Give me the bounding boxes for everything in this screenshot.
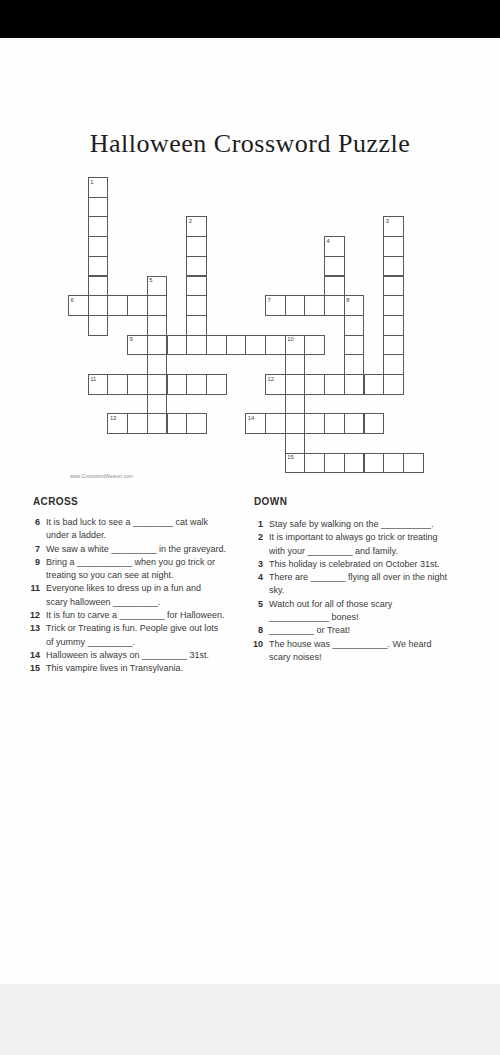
grid-cell-r12c5[interactable]	[167, 413, 188, 434]
grid-cell-r6c3[interactable]	[127, 295, 148, 316]
grid-cell-r10c11[interactable]	[285, 374, 306, 395]
clue-number: 9	[26, 556, 40, 569]
clue-15: 15This vampire lives in Transylvania.	[26, 662, 246, 675]
grid-cell-r3c6[interactable]	[186, 236, 207, 257]
grid-cell-r2c6[interactable]: 2	[186, 216, 207, 237]
grid-cell-r5c6[interactable]	[186, 276, 207, 297]
clue-text: There are _______ flying all over in the…	[269, 571, 447, 598]
grid-cell-r0c1[interactable]: 1	[88, 177, 109, 198]
grid-cell-r4c16[interactable]	[383, 256, 404, 277]
grid-cell-r4c13[interactable]	[324, 256, 345, 277]
grid-cell-r8c10[interactable]	[265, 335, 286, 356]
grid-cell-r8c11[interactable]: 10	[285, 335, 306, 356]
cell-number-13: 13	[110, 415, 116, 421]
cell-number-11: 11	[90, 376, 96, 382]
cell-number-14: 14	[248, 415, 254, 421]
clue-number: 8	[249, 624, 263, 637]
grid-cell-r6c11[interactable]	[285, 295, 306, 316]
clue-number: 12	[26, 609, 40, 622]
clue-text: It is fun to carve a _________ for Hallo…	[46, 609, 225, 622]
clue-number: 3	[249, 558, 263, 571]
clue-7: 7We saw a white _________ in the graveya…	[26, 543, 246, 556]
clue-6: 6It is bad luck to see a ________ cat wa…	[26, 516, 246, 543]
grid-cell-r10c5[interactable]	[167, 374, 188, 395]
clue-number: 10	[249, 638, 263, 651]
grid-cell-r14c17[interactable]	[403, 453, 424, 474]
grid-cell-r8c5[interactable]	[167, 335, 188, 356]
top-bar	[0, 0, 500, 38]
grid-cell-r10c3[interactable]	[127, 374, 148, 395]
cell-number-2: 2	[189, 218, 192, 224]
cell-number-7: 7	[268, 297, 271, 303]
grid-cell-r13c11[interactable]	[285, 433, 306, 454]
clue-text: Everyone likes to dress up in a fun ands…	[46, 582, 201, 609]
clue-10: 10The house was ___________. We heardsca…	[249, 638, 469, 665]
clue-text: Halloween is always on _________ 31st.	[46, 649, 209, 662]
clue-number: 13	[26, 622, 40, 635]
across-header: ACROSS	[33, 496, 78, 507]
clue-text: Trick or Treating is fun. People give ou…	[46, 622, 218, 649]
grid-cell-r6c1[interactable]	[88, 295, 109, 316]
grid-cell-r2c1[interactable]	[88, 216, 109, 237]
grid-cell-r8c8[interactable]	[226, 335, 247, 356]
cell-number-3: 3	[386, 218, 389, 224]
grid-cell-r9c14[interactable]	[344, 354, 365, 375]
grid-cell-r14c13[interactable]	[324, 453, 345, 474]
grid-cell-r5c13[interactable]	[324, 276, 345, 297]
grid-cell-r11c4[interactable]	[147, 394, 168, 415]
grid-cell-r8c12[interactable]	[304, 335, 325, 356]
grid-cell-r8c14[interactable]	[344, 335, 365, 356]
grid-cell-r14c11[interactable]: 15	[285, 453, 306, 474]
grid-cell-r3c1[interactable]	[88, 236, 109, 257]
clue-text: Bring a ___________ when you go trick or…	[46, 556, 215, 583]
grid-cell-r14c16[interactable]	[383, 453, 404, 474]
grid-cell-r8c9[interactable]	[245, 335, 266, 356]
grid-cell-r10c4[interactable]	[147, 374, 168, 395]
grid-cell-r6c4[interactable]	[147, 295, 168, 316]
grid-cell-r12c12[interactable]	[304, 413, 325, 434]
clue-2: 2It is important to always go trick or t…	[249, 531, 469, 558]
cell-number-8: 8	[346, 297, 349, 303]
page-title: Halloween Crossword Puzzle	[0, 128, 500, 160]
cell-number-4: 4	[327, 238, 330, 244]
grid-cell-r12c2[interactable]: 13	[107, 413, 128, 434]
clue-8: 8_________ or Treat!	[249, 624, 469, 637]
clue-number: 14	[26, 649, 40, 662]
grid-cell-r12c9[interactable]: 14	[245, 413, 266, 434]
clue-number: 11	[26, 582, 40, 595]
down-header: DOWN	[254, 496, 287, 507]
down-clue-list: 1Stay safe by walking on the __________.…	[249, 518, 469, 664]
grid-cell-r14c14[interactable]	[344, 453, 365, 474]
clue-number: 15	[26, 662, 40, 675]
grid-cell-r10c2[interactable]	[107, 374, 128, 395]
grid-cell-r6c6[interactable]	[186, 295, 207, 316]
grid-cell-r12c6[interactable]	[186, 413, 207, 434]
grid-cell-r7c6[interactable]	[186, 315, 207, 336]
grid-cell-r12c15[interactable]	[364, 413, 385, 434]
clue-12: 12It is fun to carve a _________ for Hal…	[26, 609, 246, 622]
grid-cell-r5c1[interactable]	[88, 276, 109, 297]
grid-cell-r7c1[interactable]	[88, 315, 109, 336]
grid-cell-r10c13[interactable]	[324, 374, 345, 395]
grid-cell-r10c16[interactable]	[383, 374, 404, 395]
grid-cell-r5c16[interactable]	[383, 276, 404, 297]
grid-cell-r1c1[interactable]	[88, 197, 109, 218]
cell-number-6: 6	[71, 297, 74, 303]
clue-text: This vampire lives in Transylvania.	[46, 662, 183, 675]
cell-number-15: 15	[287, 454, 293, 460]
clue-text: It is bad luck to see a ________ cat wal…	[46, 516, 208, 543]
clue-text: This holiday is celebrated on October 31…	[269, 558, 440, 571]
grid-cell-r12c11[interactable]	[285, 413, 306, 434]
grid-cell-r7c14[interactable]	[344, 315, 365, 336]
grid-cell-r12c4[interactable]	[147, 413, 168, 434]
grid-cell-r8c4[interactable]	[147, 335, 168, 356]
grid-cell-r8c3[interactable]: 9	[127, 335, 148, 356]
grid-cell-r10c14[interactable]	[344, 374, 365, 395]
grid-cell-r10c10[interactable]: 12	[265, 374, 286, 395]
clue-text: Watch out for all of those scary________…	[269, 598, 392, 625]
cell-number-9: 9	[130, 336, 133, 342]
grid-cell-r11c11[interactable]	[285, 394, 306, 415]
grid-cell-r6c14[interactable]: 8	[344, 295, 365, 316]
grid-cell-r2c16[interactable]: 3	[383, 216, 404, 237]
grid-cell-r8c6[interactable]	[186, 335, 207, 356]
clue-text: Stay safe by walking on the __________.	[269, 518, 434, 531]
grid-cell-r10c12[interactable]	[304, 374, 325, 395]
clue-text: It is important to always go trick or tr…	[269, 531, 438, 558]
clue-number: 5	[249, 598, 263, 611]
clue-number: 6	[26, 516, 40, 529]
clue-9: 9Bring a ___________ when you go trick o…	[26, 556, 246, 583]
clue-1: 1Stay safe by walking on the __________.	[249, 518, 469, 531]
cell-number-12: 12	[268, 376, 274, 382]
clue-text: _________ or Treat!	[269, 624, 350, 637]
grid-cell-r3c16[interactable]	[383, 236, 404, 257]
clue-13: 13Trick or Treating is fun. People give …	[26, 622, 246, 649]
grid-cell-r9c4[interactable]	[147, 354, 168, 375]
grid-cell-r12c13[interactable]	[324, 413, 345, 434]
grid-cell-r10c15[interactable]	[364, 374, 385, 395]
grid-cell-r10c1[interactable]: 11	[88, 374, 109, 395]
grid-cell-r4c6[interactable]	[186, 256, 207, 277]
grid-cell-r6c12[interactable]	[304, 295, 325, 316]
credit-url: www.CrosswordWeaver.com	[70, 474, 133, 479]
across-clue-list: 6It is bad luck to see a ________ cat wa…	[26, 516, 246, 676]
clue-number: 2	[249, 531, 263, 544]
grid-cell-r6c13[interactable]	[324, 295, 345, 316]
clue-number: 7	[26, 543, 40, 556]
clue-4: 4There are _______ flying all over in th…	[249, 571, 469, 598]
grid-cell-r10c6[interactable]	[186, 374, 207, 395]
clue-5: 5Watch out for all of those scary_______…	[249, 598, 469, 625]
cell-number-10: 10	[287, 336, 293, 342]
grid-cell-r7c16[interactable]	[383, 315, 404, 336]
grid-cell-r3c13[interactable]: 4	[324, 236, 345, 257]
clue-14: 14Halloween is always on _________ 31st.	[26, 649, 246, 662]
grid-cell-r9c11[interactable]	[285, 354, 306, 375]
grid-cell-r6c16[interactable]	[383, 295, 404, 316]
bottom-gray-area	[0, 984, 500, 1055]
clue-number: 4	[249, 571, 263, 584]
grid-cell-r12c3[interactable]	[127, 413, 148, 434]
grid-cell-r6c2[interactable]	[107, 295, 128, 316]
grid-cell-r14c15[interactable]	[364, 453, 385, 474]
clue-text: The house was ___________. We heardscary…	[269, 638, 431, 665]
grid-cell-r8c7[interactable]	[206, 335, 227, 356]
cell-number-1: 1	[90, 179, 93, 185]
grid-cell-r7c4[interactable]	[147, 315, 168, 336]
clue-3: 3This holiday is celebrated on October 3…	[249, 558, 469, 571]
clue-text: We saw a white _________ in the graveyar…	[46, 543, 226, 556]
grid-cell-r9c16[interactable]	[383, 354, 404, 375]
grid-cell-r10c7[interactable]	[206, 374, 227, 395]
grid-cell-r5c4[interactable]: 5	[147, 276, 168, 297]
worksheet-page: Halloween Crossword Puzzle 1234567891011…	[0, 38, 500, 984]
grid-cell-r4c1[interactable]	[88, 256, 109, 277]
grid-cell-r6c0[interactable]: 6	[68, 295, 89, 316]
clue-11: 11Everyone likes to dress up in a fun an…	[26, 582, 246, 609]
clue-number: 1	[249, 518, 263, 531]
grid-cell-r6c10[interactable]: 7	[265, 295, 286, 316]
cell-number-5: 5	[149, 277, 152, 283]
grid-cell-r14c12[interactable]	[304, 453, 325, 474]
grid-cell-r12c14[interactable]	[344, 413, 365, 434]
crossword-grid: 123456789101112131415	[68, 177, 424, 474]
grid-cell-r8c16[interactable]	[383, 335, 404, 356]
grid-cell-r12c10[interactable]	[265, 413, 286, 434]
